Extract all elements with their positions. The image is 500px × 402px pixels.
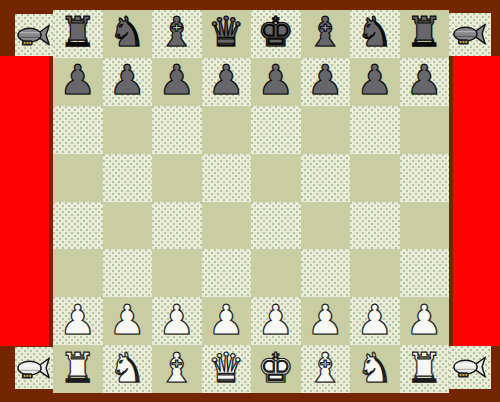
square-g1[interactable]: ♞ (350, 345, 400, 393)
square-f4[interactable] (301, 202, 351, 250)
piece-white-pawn[interactable]: ♟ (356, 300, 393, 341)
square-a4[interactable] (53, 202, 103, 250)
square-h4[interactable] (400, 202, 450, 250)
piece-black-knight[interactable]: ♞ (109, 12, 146, 53)
square-b6[interactable] (103, 106, 153, 154)
square-h8[interactable]: ♜ (400, 10, 450, 58)
chess-app-window: ♜♞♝♛♚♝♞♜♟♟♟♟♟♟♟♟♟♟♟♟♟♟♟♟♜♞♝♛♚♝♞♜ (0, 0, 500, 402)
corner-tray-bottom-left (15, 347, 53, 389)
square-d3[interactable] (202, 249, 252, 297)
square-e6[interactable] (251, 106, 301, 154)
square-e1[interactable]: ♚ (251, 345, 301, 393)
square-g7[interactable]: ♟ (350, 58, 400, 106)
square-d5[interactable] (202, 154, 252, 202)
square-c7[interactable]: ♟ (152, 58, 202, 106)
piece-white-knight[interactable]: ♞ (356, 348, 393, 389)
left-side-panel (0, 56, 49, 346)
square-a8[interactable]: ♜ (53, 10, 103, 58)
square-e3[interactable] (251, 249, 301, 297)
corner-tray-top-right (449, 13, 491, 56)
piece-black-king[interactable]: ♚ (257, 12, 294, 53)
piece-black-knight[interactable]: ♞ (356, 12, 393, 53)
piece-white-bishop[interactable]: ♝ (158, 348, 195, 389)
square-a1[interactable]: ♜ (53, 345, 103, 393)
square-c8[interactable]: ♝ (152, 10, 202, 58)
piece-white-pawn[interactable]: ♟ (158, 300, 195, 341)
square-f8[interactable]: ♝ (301, 10, 351, 58)
square-a2[interactable]: ♟ (53, 297, 103, 345)
square-e8[interactable]: ♚ (251, 10, 301, 58)
piece-white-pawn[interactable]: ♟ (307, 300, 344, 341)
square-d1[interactable]: ♛ (202, 345, 252, 393)
square-a3[interactable] (53, 249, 103, 297)
square-c3[interactable] (152, 249, 202, 297)
square-h3[interactable] (400, 249, 450, 297)
square-e4[interactable] (251, 202, 301, 250)
square-h1[interactable]: ♜ (400, 345, 450, 393)
piece-white-pawn[interactable]: ♟ (257, 300, 294, 341)
piece-white-pawn[interactable]: ♟ (406, 300, 443, 341)
square-f6[interactable] (301, 106, 351, 154)
square-h6[interactable] (400, 106, 450, 154)
piece-black-bishop[interactable]: ♝ (307, 12, 344, 53)
piece-white-king[interactable]: ♚ (257, 348, 294, 389)
square-c4[interactable] (152, 202, 202, 250)
square-g4[interactable] (350, 202, 400, 250)
piece-black-rook[interactable]: ♜ (59, 12, 96, 53)
piece-black-pawn[interactable]: ♟ (59, 60, 96, 101)
square-d7[interactable]: ♟ (202, 58, 252, 106)
corner-tray-top-left (15, 14, 53, 56)
square-f5[interactable] (301, 154, 351, 202)
piece-white-pawn[interactable]: ♟ (109, 300, 146, 341)
square-g2[interactable]: ♟ (350, 297, 400, 345)
zeppelin-icon (17, 23, 51, 48)
square-b5[interactable] (103, 154, 153, 202)
piece-black-queen[interactable]: ♛ (208, 12, 245, 53)
square-g5[interactable] (350, 154, 400, 202)
square-c1[interactable]: ♝ (152, 345, 202, 393)
piece-black-pawn[interactable]: ♟ (356, 60, 393, 101)
piece-black-pawn[interactable]: ♟ (257, 60, 294, 101)
square-d6[interactable] (202, 106, 252, 154)
square-g8[interactable]: ♞ (350, 10, 400, 58)
piece-black-rook[interactable]: ♜ (406, 12, 443, 53)
square-a7[interactable]: ♟ (53, 58, 103, 106)
piece-black-pawn[interactable]: ♟ (158, 60, 195, 101)
square-e7[interactable]: ♟ (251, 58, 301, 106)
square-h7[interactable]: ♟ (400, 58, 450, 106)
square-b1[interactable]: ♞ (103, 345, 153, 393)
piece-black-bishop[interactable]: ♝ (158, 12, 195, 53)
piece-white-queen[interactable]: ♛ (208, 348, 245, 389)
piece-white-pawn[interactable]: ♟ (59, 300, 96, 341)
square-c2[interactable]: ♟ (152, 297, 202, 345)
square-e5[interactable] (251, 154, 301, 202)
square-g6[interactable] (350, 106, 400, 154)
square-f1[interactable]: ♝ (301, 345, 351, 393)
square-h2[interactable]: ♟ (400, 297, 450, 345)
piece-white-rook[interactable]: ♜ (406, 348, 443, 389)
square-e2[interactable]: ♟ (251, 297, 301, 345)
right-side-panel (453, 56, 500, 346)
square-a6[interactable] (53, 106, 103, 154)
piece-white-pawn[interactable]: ♟ (208, 300, 245, 341)
piece-white-rook[interactable]: ♜ (59, 348, 96, 389)
square-d4[interactable] (202, 202, 252, 250)
square-f3[interactable] (301, 249, 351, 297)
piece-black-pawn[interactable]: ♟ (307, 60, 344, 101)
square-f7[interactable]: ♟ (301, 58, 351, 106)
zeppelin-icon (17, 356, 51, 381)
square-c5[interactable] (152, 154, 202, 202)
square-b2[interactable]: ♟ (103, 297, 153, 345)
square-b7[interactable]: ♟ (103, 58, 153, 106)
piece-black-pawn[interactable]: ♟ (406, 60, 443, 101)
square-b3[interactable] (103, 249, 153, 297)
square-g3[interactable] (350, 249, 400, 297)
square-a5[interactable] (53, 154, 103, 202)
square-b4[interactable] (103, 202, 153, 250)
square-b8[interactable]: ♞ (103, 10, 153, 58)
zeppelin-icon (453, 355, 487, 380)
chess-board: ♜♞♝♛♚♝♞♜♟♟♟♟♟♟♟♟♟♟♟♟♟♟♟♟♜♞♝♛♚♝♞♜ (53, 10, 449, 393)
square-c6[interactable] (152, 106, 202, 154)
piece-white-knight[interactable]: ♞ (109, 348, 146, 389)
square-h5[interactable] (400, 154, 450, 202)
piece-black-pawn[interactable]: ♟ (208, 60, 245, 101)
zeppelin-icon (453, 22, 487, 47)
square-d8[interactable]: ♛ (202, 10, 252, 58)
piece-black-pawn[interactable]: ♟ (109, 60, 146, 101)
square-d2[interactable]: ♟ (202, 297, 252, 345)
piece-white-bishop[interactable]: ♝ (307, 348, 344, 389)
square-f2[interactable]: ♟ (301, 297, 351, 345)
corner-tray-bottom-right (449, 346, 491, 389)
